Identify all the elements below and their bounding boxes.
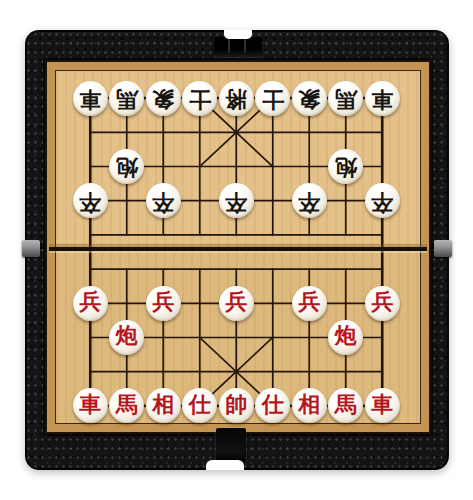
black-elephant-glyph: 象 xyxy=(152,88,174,110)
black-soldier-glyph: 卒 xyxy=(79,191,101,213)
red-soldier-glyph: 兵 xyxy=(371,291,393,313)
piece-black-general[interactable]: 將 xyxy=(219,81,254,116)
black-advisor-glyph: 士 xyxy=(189,88,211,110)
black-chariot-glyph: 車 xyxy=(371,88,393,110)
black-cannon-glyph: 炮 xyxy=(116,156,138,178)
black-soldier-glyph: 卒 xyxy=(371,191,393,213)
piece-red-soldier[interactable]: 兵 xyxy=(292,286,327,321)
red-advisor-glyph: 仕 xyxy=(189,394,211,416)
black-soldier-glyph: 卒 xyxy=(152,191,174,213)
piece-black-chariot[interactable]: 車 xyxy=(365,81,400,116)
black-advisor-glyph: 士 xyxy=(262,88,284,110)
piece-red-elephant[interactable]: 相 xyxy=(146,388,181,423)
piece-red-chariot[interactable]: 車 xyxy=(365,388,400,423)
red-soldier-glyph: 兵 xyxy=(79,291,101,313)
bottom-latch-notch xyxy=(206,460,244,470)
black-elephant-glyph: 象 xyxy=(298,88,320,110)
black-horse-glyph: 馬 xyxy=(335,88,357,110)
red-general-glyph: 帥 xyxy=(225,394,247,416)
black-soldier-glyph: 卒 xyxy=(298,191,320,213)
piece-red-soldier[interactable]: 兵 xyxy=(146,286,181,321)
piece-black-elephant[interactable]: 象 xyxy=(292,81,327,116)
red-cannon-glyph: 炮 xyxy=(116,325,138,347)
piece-red-advisor[interactable]: 仕 xyxy=(255,388,290,423)
piece-red-elephant[interactable]: 相 xyxy=(292,388,327,423)
piece-red-general[interactable]: 帥 xyxy=(219,388,254,423)
top-latch-notch xyxy=(224,30,252,39)
piece-red-soldier[interactable]: 兵 xyxy=(73,286,108,321)
piece-red-cannon[interactable]: 炮 xyxy=(328,320,363,355)
piece-black-soldier[interactable]: 卒 xyxy=(292,183,327,218)
piece-grid[interactable]: 車馬象士將士象馬車炮炮卒卒卒卒卒兵兵兵兵兵炮炮車馬相仕帥仕相馬車 xyxy=(72,81,401,423)
top-latch[interactable] xyxy=(214,37,262,57)
piece-red-soldier[interactable]: 兵 xyxy=(219,286,254,321)
red-soldier-glyph: 兵 xyxy=(225,291,247,313)
red-horse-glyph: 馬 xyxy=(335,394,357,416)
piece-red-horse[interactable]: 馬 xyxy=(328,388,363,423)
piece-red-cannon[interactable]: 炮 xyxy=(109,320,144,355)
black-chariot-glyph: 車 xyxy=(79,88,101,110)
red-advisor-glyph: 仕 xyxy=(262,394,284,416)
red-soldier-glyph: 兵 xyxy=(152,291,174,313)
piece-black-cannon[interactable]: 炮 xyxy=(109,149,144,184)
xiangqi-board: 車馬象士將士象馬車炮炮卒卒卒卒卒兵兵兵兵兵炮炮車馬相仕帥仕相馬車 xyxy=(47,62,429,432)
piece-black-cannon[interactable]: 炮 xyxy=(328,149,363,184)
red-horse-glyph: 馬 xyxy=(116,394,138,416)
piece-black-horse[interactable]: 馬 xyxy=(109,81,144,116)
piece-black-soldier[interactable]: 卒 xyxy=(219,183,254,218)
piece-black-horse[interactable]: 馬 xyxy=(328,81,363,116)
piece-red-chariot[interactable]: 車 xyxy=(73,388,108,423)
red-elephant-glyph: 相 xyxy=(152,394,174,416)
piece-black-soldier[interactable]: 卒 xyxy=(365,183,400,218)
piece-black-advisor[interactable]: 士 xyxy=(255,81,290,116)
board-grid-area: 車馬象士將士象馬車炮炮卒卒卒卒卒兵兵兵兵兵炮炮車馬相仕帥仕相馬車 xyxy=(72,81,401,423)
red-soldier-glyph: 兵 xyxy=(298,291,320,313)
red-elephant-glyph: 相 xyxy=(298,394,320,416)
red-chariot-glyph: 車 xyxy=(79,394,101,416)
piece-black-advisor[interactable]: 士 xyxy=(182,81,217,116)
piece-black-elephant[interactable]: 象 xyxy=(146,81,181,116)
black-cannon-glyph: 炮 xyxy=(335,156,357,178)
piece-black-soldier[interactable]: 卒 xyxy=(73,183,108,218)
red-cannon-glyph: 炮 xyxy=(335,325,357,347)
red-chariot-glyph: 車 xyxy=(371,394,393,416)
bottom-latch[interactable] xyxy=(216,428,246,462)
fold-hinge-right xyxy=(434,240,452,257)
piece-red-soldier[interactable]: 兵 xyxy=(365,286,400,321)
black-horse-glyph: 馬 xyxy=(116,88,138,110)
fold-hinge-left xyxy=(22,240,40,257)
black-general-glyph: 將 xyxy=(225,88,247,110)
piece-red-advisor[interactable]: 仕 xyxy=(182,388,217,423)
piece-red-horse[interactable]: 馬 xyxy=(109,388,144,423)
piece-black-soldier[interactable]: 卒 xyxy=(146,183,181,218)
piece-black-chariot[interactable]: 車 xyxy=(73,81,108,116)
black-soldier-glyph: 卒 xyxy=(225,191,247,213)
